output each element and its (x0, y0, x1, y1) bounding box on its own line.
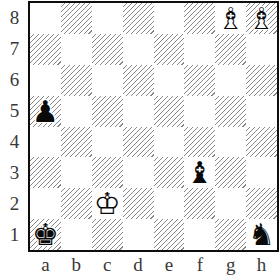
file-label-g: g (215, 251, 246, 278)
white-bishop-icon: ♗ (217, 4, 244, 34)
square-e2 (154, 188, 185, 219)
square-f4 (184, 127, 215, 158)
square-c3 (92, 157, 123, 188)
square-f1 (184, 219, 215, 250)
square-d6 (123, 65, 154, 96)
square-g2 (215, 188, 246, 219)
square-b1 (61, 219, 92, 250)
square-b6 (61, 65, 92, 96)
white-king-icon: ♔ (94, 189, 121, 219)
square-e3 (154, 157, 185, 188)
square-h1: ♞ (246, 219, 277, 250)
square-c2: ♚♔ (92, 188, 123, 219)
square-a8 (30, 3, 61, 34)
square-f6 (184, 65, 215, 96)
square-a1: ♚ (30, 219, 61, 250)
square-e4 (154, 127, 185, 158)
square-h8: ♝♗ (246, 3, 277, 34)
rank-label-1: 1 (0, 219, 27, 250)
piece-white-king-c2: ♚♔ (94, 189, 121, 219)
square-c1 (92, 219, 123, 250)
rank-label-5: 5 (0, 96, 27, 127)
file-label-e: e (154, 251, 185, 278)
square-e1 (154, 219, 185, 250)
square-a2 (30, 188, 61, 219)
square-d4 (123, 127, 154, 158)
square-c6 (92, 65, 123, 96)
square-f5 (184, 96, 215, 127)
square-h5 (246, 96, 277, 127)
rank-label-2: 2 (0, 188, 27, 219)
file-labels: abcdefgh (30, 251, 277, 278)
square-a6 (30, 65, 61, 96)
square-b4 (61, 127, 92, 158)
square-c5 (92, 96, 123, 127)
square-b5 (61, 96, 92, 127)
square-a7 (30, 34, 61, 65)
rank-labels: 87654321 (0, 3, 27, 250)
black-pawn-icon: ♟ (32, 97, 59, 127)
square-f2 (184, 188, 215, 219)
rank-label-6: 6 (0, 65, 27, 96)
square-e8 (154, 3, 185, 34)
square-d7 (123, 34, 154, 65)
rank-label-7: 7 (0, 34, 27, 65)
square-b8 (61, 3, 92, 34)
square-a3 (30, 157, 61, 188)
black-king-icon: ♚ (32, 220, 59, 250)
square-e7 (154, 34, 185, 65)
square-g5 (215, 96, 246, 127)
square-h6 (246, 65, 277, 96)
square-g6 (215, 65, 246, 96)
black-knight-icon: ♞ (248, 220, 275, 250)
square-g8: ♝♗ (215, 3, 246, 34)
file-label-a: a (30, 251, 61, 278)
piece-white-bishop-g8: ♝♗ (217, 4, 244, 34)
rank-label-8: 8 (0, 3, 27, 34)
piece-white-bishop-h8: ♝♗ (248, 4, 275, 34)
square-g4 (215, 127, 246, 158)
white-bishop-icon: ♗ (248, 4, 275, 34)
piece-black-king-a1: ♚ (32, 220, 59, 250)
file-label-c: c (92, 251, 123, 278)
square-f3: ♝ (184, 157, 215, 188)
square-d3 (123, 157, 154, 188)
square-b3 (61, 157, 92, 188)
square-f8 (184, 3, 215, 34)
square-e5 (154, 96, 185, 127)
square-e6 (154, 65, 185, 96)
piece-black-knight-h1: ♞ (248, 220, 275, 250)
square-h3 (246, 157, 277, 188)
file-label-f: f (184, 251, 215, 278)
square-c8 (92, 3, 123, 34)
square-c7 (92, 34, 123, 65)
piece-black-pawn-a5: ♟ (32, 97, 59, 127)
square-g7 (215, 34, 246, 65)
chess-diagram: 87654321 ♝♗♝♗♟♝♚♔♚♞ abcdefgh (0, 0, 279, 279)
black-bishop-icon: ♝ (186, 158, 213, 188)
square-h4 (246, 127, 277, 158)
square-a4 (30, 127, 61, 158)
file-label-b: b (61, 251, 92, 278)
square-d1 (123, 219, 154, 250)
rank-label-3: 3 (0, 157, 27, 188)
square-a5: ♟ (30, 96, 61, 127)
file-label-d: d (123, 251, 154, 278)
square-c4 (92, 127, 123, 158)
square-d2 (123, 188, 154, 219)
square-h2 (246, 188, 277, 219)
file-label-h: h (246, 251, 277, 278)
square-b2 (61, 188, 92, 219)
square-h7 (246, 34, 277, 65)
square-g1 (215, 219, 246, 250)
square-f7 (184, 34, 215, 65)
piece-black-bishop-f3: ♝ (186, 158, 213, 188)
square-b7 (61, 34, 92, 65)
square-d5 (123, 96, 154, 127)
square-g3 (215, 157, 246, 188)
rank-label-4: 4 (0, 127, 27, 158)
square-d8 (123, 3, 154, 34)
chess-board: ♝♗♝♗♟♝♚♔♚♞ (28, 1, 279, 252)
